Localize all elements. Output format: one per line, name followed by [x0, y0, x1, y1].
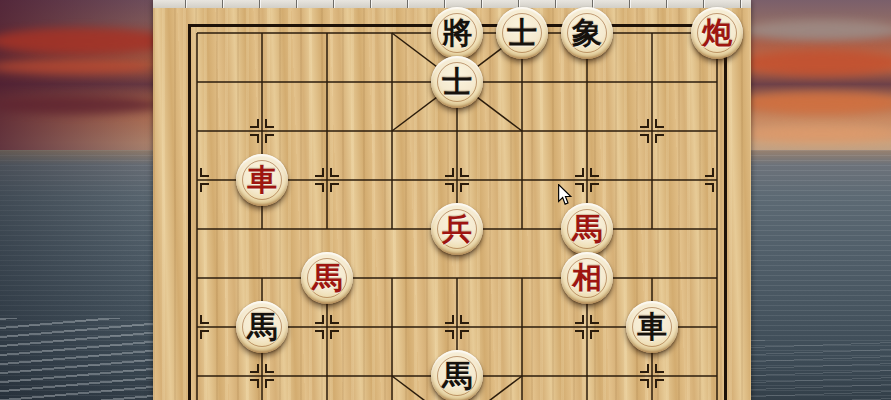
- piece-black-chariot[interactable]: 車: [626, 301, 678, 353]
- cloud-streak: [742, 20, 891, 40]
- piece-glyph: 士: [431, 56, 483, 108]
- piece-glyph: 馬: [561, 203, 613, 255]
- piece-glyph: 兵: [431, 203, 483, 255]
- piece-glyph: 士: [496, 7, 548, 59]
- piece-black-horse-2[interactable]: 馬: [431, 350, 483, 400]
- piece-glyph: 馬: [301, 252, 353, 304]
- piece-black-elephant[interactable]: 象: [561, 7, 613, 59]
- piece-red-chariot[interactable]: 車: [236, 154, 288, 206]
- piece-red-horse-1[interactable]: 馬: [561, 203, 613, 255]
- piece-black-advisor-1[interactable]: 士: [496, 7, 548, 59]
- piece-red-horse-2[interactable]: 馬: [301, 252, 353, 304]
- piece-red-elephant[interactable]: 相: [561, 252, 613, 304]
- piece-black-general[interactable]: 將: [431, 7, 483, 59]
- piece-glyph: 相: [561, 252, 613, 304]
- piece-glyph: 車: [626, 301, 678, 353]
- mouse-cursor-icon: [557, 184, 573, 206]
- cloud-streak: [742, 126, 891, 142]
- piece-glyph: 車: [236, 154, 288, 206]
- piece-glyph: 象: [561, 7, 613, 59]
- piece-glyph: 將: [431, 7, 483, 59]
- piece-red-cannon[interactable]: 炮: [691, 7, 743, 59]
- piece-glyph: 馬: [236, 301, 288, 353]
- piece-red-soldier[interactable]: 兵: [431, 203, 483, 255]
- screen: 將士象炮士車兵馬馬相馬車馬: [0, 0, 891, 400]
- cloud-streak: [742, 92, 891, 114]
- piece-glyph: 馬: [431, 350, 483, 400]
- xiangqi-board[interactable]: 將士象炮士車兵馬馬相馬車馬: [153, 8, 751, 400]
- xiangqi-game-window: 將士象炮士車兵馬馬相馬車馬: [153, 0, 751, 400]
- piece-black-advisor-2[interactable]: 士: [431, 56, 483, 108]
- cloud-streak: [742, 50, 891, 76]
- wave-foam: [751, 340, 891, 400]
- piece-black-horse-1[interactable]: 馬: [236, 301, 288, 353]
- piece-glyph: 炮: [691, 7, 743, 59]
